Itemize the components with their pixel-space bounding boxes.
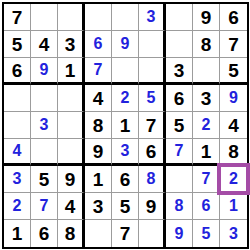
cell-r2c6[interactable]: [139, 31, 166, 58]
cell-r4c7[interactable]: 6: [166, 85, 193, 112]
cell-r6c3[interactable]: [58, 139, 85, 166]
cell-r3c8[interactable]: [193, 58, 220, 85]
cell-r1c4[interactable]: [85, 4, 112, 31]
cell-r2c9[interactable]: 7: [220, 31, 247, 58]
cell-r7c9[interactable]: 2: [220, 166, 247, 193]
cell-r4c1[interactable]: [4, 85, 31, 112]
sudoku-board: 7396543698769173542563938175244936718359…: [2, 2, 249, 249]
cell-r6c6[interactable]: 6: [139, 139, 166, 166]
cell-r9c4[interactable]: [85, 220, 112, 247]
cell-r4c3[interactable]: [58, 85, 85, 112]
cell-r7c2[interactable]: 5: [31, 166, 58, 193]
cell-r7c7[interactable]: [166, 166, 193, 193]
cell-r8c2[interactable]: 7: [31, 193, 58, 220]
cell-r3c4[interactable]: 7: [85, 58, 112, 85]
cell-r6c5[interactable]: 3: [112, 139, 139, 166]
cell-r4c5[interactable]: 2: [112, 85, 139, 112]
cell-r9c3[interactable]: 8: [58, 220, 85, 247]
cell-r1c1[interactable]: 7: [4, 4, 31, 31]
cell-r4c9[interactable]: 9: [220, 85, 247, 112]
cell-r9c2[interactable]: 6: [31, 220, 58, 247]
cell-r8c7[interactable]: 8: [166, 193, 193, 220]
cell-r9c7[interactable]: 9: [166, 220, 193, 247]
cell-r5c5[interactable]: 1: [112, 112, 139, 139]
cell-r6c2[interactable]: [31, 139, 58, 166]
cell-r6c4[interactable]: 9: [85, 139, 112, 166]
cell-r3c9[interactable]: 5: [220, 58, 247, 85]
cell-r1c7[interactable]: [166, 4, 193, 31]
cell-r7c1[interactable]: 3: [4, 166, 31, 193]
cell-r3c5[interactable]: [112, 58, 139, 85]
cell-r8c8[interactable]: 6: [193, 193, 220, 220]
cell-r5c9[interactable]: 4: [220, 112, 247, 139]
cell-r5c1[interactable]: [4, 112, 31, 139]
cell-r1c3[interactable]: [58, 4, 85, 31]
cell-r1c9[interactable]: 6: [220, 4, 247, 31]
cell-r6c8[interactable]: 1: [193, 139, 220, 166]
cell-r8c5[interactable]: 5: [112, 193, 139, 220]
cell-r9c1[interactable]: 1: [4, 220, 31, 247]
cell-r9c6[interactable]: [139, 220, 166, 247]
cell-r7c3[interactable]: 9: [58, 166, 85, 193]
cell-r3c2[interactable]: 9: [31, 58, 58, 85]
cell-r1c2[interactable]: [31, 4, 58, 31]
cell-r5c7[interactable]: 5: [166, 112, 193, 139]
cell-r9c5[interactable]: 7: [112, 220, 139, 247]
cell-r8c9[interactable]: 1: [220, 193, 247, 220]
cell-r1c6[interactable]: 3: [139, 4, 166, 31]
cell-r1c5[interactable]: [112, 4, 139, 31]
cell-r1c8[interactable]: 9: [193, 4, 220, 31]
cell-r7c5[interactable]: 6: [112, 166, 139, 193]
cell-r4c8[interactable]: 3: [193, 85, 220, 112]
cell-r2c3[interactable]: 3: [58, 31, 85, 58]
cell-r6c9[interactable]: 8: [220, 139, 247, 166]
cell-r4c2[interactable]: [31, 85, 58, 112]
cell-r3c7[interactable]: 3: [166, 58, 193, 85]
cell-r5c6[interactable]: 7: [139, 112, 166, 139]
cell-r5c8[interactable]: 2: [193, 112, 220, 139]
cell-r9c9[interactable]: 3: [220, 220, 247, 247]
cell-r3c3[interactable]: 1: [58, 58, 85, 85]
cell-r8c1[interactable]: 2: [4, 193, 31, 220]
cell-r9c8[interactable]: 5: [193, 220, 220, 247]
cell-r3c6[interactable]: [139, 58, 166, 85]
cell-r2c5[interactable]: 9: [112, 31, 139, 58]
cell-r7c6[interactable]: 8: [139, 166, 166, 193]
cell-r8c6[interactable]: 9: [139, 193, 166, 220]
cell-r5c3[interactable]: [58, 112, 85, 139]
cell-r8c3[interactable]: 4: [58, 193, 85, 220]
cell-r2c8[interactable]: 8: [193, 31, 220, 58]
cell-r7c8[interactable]: 7: [193, 166, 220, 193]
cell-r4c4[interactable]: 4: [85, 85, 112, 112]
cell-r8c4[interactable]: 3: [85, 193, 112, 220]
cell-r2c4[interactable]: 6: [85, 31, 112, 58]
cell-r4c6[interactable]: 5: [139, 85, 166, 112]
cell-r5c4[interactable]: 8: [85, 112, 112, 139]
cell-r2c7[interactable]: [166, 31, 193, 58]
cell-r2c2[interactable]: 4: [31, 31, 58, 58]
cell-r3c1[interactable]: 6: [4, 58, 31, 85]
cell-r2c1[interactable]: 5: [4, 31, 31, 58]
cell-r6c7[interactable]: 7: [166, 139, 193, 166]
cell-r6c1[interactable]: 4: [4, 139, 31, 166]
cell-r7c4[interactable]: 1: [85, 166, 112, 193]
cell-r5c2[interactable]: 3: [31, 112, 58, 139]
